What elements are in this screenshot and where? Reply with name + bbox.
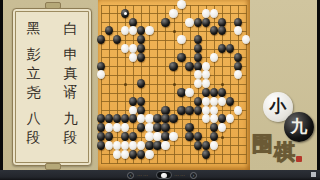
star-point: [221, 83, 224, 86]
stone-white[interactable]: [194, 70, 202, 79]
stone-black[interactable]: [194, 132, 202, 141]
toolbar-label-right: ⋯⋯: [174, 173, 186, 178]
stone-black[interactable]: [137, 44, 145, 53]
stone-black[interactable]: [137, 79, 145, 88]
stone-black[interactable]: [234, 62, 242, 71]
scroll-roller-bottom: [45, 163, 61, 170]
stone-white[interactable]: [121, 123, 129, 132]
stone-white[interactable]: [177, 0, 185, 9]
stone-black[interactable]: [161, 18, 169, 27]
star-point: [221, 136, 224, 139]
right-panel: 小 九 围 棋: [250, 0, 317, 170]
stone-white[interactable]: [202, 79, 210, 88]
stone-white[interactable]: [169, 9, 177, 18]
grid-line-vertical: [230, 5, 231, 164]
stone-white[interactable]: [210, 53, 218, 62]
black-player-rank: 八段: [26, 109, 41, 147]
toolbar-label-left: ⋯⋯: [137, 173, 149, 178]
stone-black[interactable]: [185, 62, 193, 71]
stone-black[interactable]: [194, 97, 202, 106]
stone-black[interactable]: [129, 18, 137, 27]
logo-weiqi-char-qi: 棋: [274, 138, 295, 166]
stone-black[interactable]: [234, 18, 242, 27]
stone-white[interactable]: [210, 141, 218, 150]
next-move-button[interactable]: ›: [190, 172, 197, 179]
stone-black[interactable]: [97, 35, 105, 44]
stone-white[interactable]: [202, 70, 210, 79]
stone-white[interactable]: [210, 114, 218, 123]
stone-black[interactable]: [218, 114, 226, 123]
stone-white[interactable]: [202, 106, 210, 115]
stone-black[interactable]: [218, 44, 226, 53]
stone-white[interactable]: [210, 97, 218, 106]
star-point: [124, 83, 127, 86]
stone-black[interactable]: [97, 141, 105, 150]
grid-line-vertical: [246, 5, 247, 164]
stone-black[interactable]: [202, 150, 210, 159]
stone-white[interactable]: [210, 9, 218, 18]
stone-white[interactable]: [185, 18, 193, 27]
stone-white[interactable]: [234, 106, 242, 115]
stone-white[interactable]: [210, 106, 218, 115]
stone-white[interactable]: [97, 70, 105, 79]
stone-black[interactable]: [185, 123, 193, 132]
toolbar-toggle[interactable]: [156, 171, 172, 179]
bottom-toolbar: ‹ ⋯⋯ ⋯⋯ ›: [0, 170, 320, 180]
stone-black[interactable]: [105, 132, 113, 141]
stone-white[interactable]: [226, 114, 234, 123]
stone-black[interactable]: [113, 35, 121, 44]
stone-black[interactable]: [202, 141, 210, 150]
stone-white[interactable]: [169, 132, 177, 141]
stone-black[interactable]: [218, 18, 226, 27]
stone-black[interactable]: [137, 53, 145, 62]
star-point: [173, 30, 176, 33]
stone-white[interactable]: [185, 88, 193, 97]
logo-red-seal: [296, 156, 302, 162]
prev-move-button[interactable]: ‹: [127, 172, 134, 179]
last-move-marker-icon: [124, 12, 127, 15]
stone-white[interactable]: [202, 97, 210, 106]
stone-black[interactable]: [194, 53, 202, 62]
stone-white[interactable]: [194, 79, 202, 88]
go-board[interactable]: [98, 0, 250, 170]
stone-black[interactable]: [194, 18, 202, 27]
stone-white[interactable]: [145, 150, 153, 159]
stone-white[interactable]: [202, 62, 210, 71]
stone-black[interactable]: [105, 114, 113, 123]
stone-black[interactable]: [234, 53, 242, 62]
stone-black[interactable]: [210, 132, 218, 141]
white-player-name: 申真谞: [63, 45, 78, 102]
stone-black[interactable]: [177, 53, 185, 62]
stone-black[interactable]: [226, 97, 234, 106]
stone-black[interactable]: [97, 132, 105, 141]
stone-black[interactable]: [169, 62, 177, 71]
stone-black[interactable]: [161, 123, 169, 132]
black-player-column: 黑 彭立尧 八段: [26, 19, 42, 147]
toggle-knob-icon: [161, 173, 167, 179]
stone-white[interactable]: [234, 70, 242, 79]
stone-white[interactable]: [145, 26, 153, 35]
stone-black[interactable]: [194, 141, 202, 150]
white-color-label: 白: [63, 19, 78, 38]
stone-black[interactable]: [105, 26, 113, 35]
stone-black[interactable]: [185, 132, 193, 141]
stone-black[interactable]: [194, 44, 202, 53]
stone-black[interactable]: [194, 106, 202, 115]
white-player-rank: 九段: [63, 109, 78, 147]
white-player-column: 白 申真谞 九段: [63, 19, 79, 147]
stone-black[interactable]: [202, 18, 210, 27]
resize-handle[interactable]: [311, 172, 316, 177]
grid-line-horizontal: [101, 163, 247, 164]
stone-white[interactable]: [242, 35, 250, 44]
star-point: [173, 83, 176, 86]
stone-black[interactable]: [161, 106, 169, 115]
stone-black[interactable]: [97, 114, 105, 123]
player-names-scroll: 白 申真谞 九段 黑 彭立尧 八段: [12, 8, 92, 166]
players-panel: 白 申真谞 九段 黑 彭立尧 八段: [3, 0, 98, 170]
stone-black[interactable]: [210, 88, 218, 97]
logo-white-stone-char: 小: [270, 97, 287, 116]
stone-black[interactable]: [194, 35, 202, 44]
stone-black-marked[interactable]: [121, 9, 129, 18]
stone-black[interactable]: [202, 88, 210, 97]
stone-black[interactable]: [218, 88, 226, 97]
stone-black[interactable]: [185, 106, 193, 115]
black-player-name: 彭立尧: [26, 45, 41, 102]
grid-line-vertical: [182, 5, 183, 164]
stone-white[interactable]: [105, 141, 113, 150]
stone-black[interactable]: [210, 26, 218, 35]
scroll-roller-top: [45, 2, 61, 9]
stone-white[interactable]: [202, 114, 210, 123]
stone-black[interactable]: [194, 62, 202, 71]
stone-black[interactable]: [129, 132, 137, 141]
stone-black[interactable]: [218, 26, 226, 35]
stone-black[interactable]: [97, 123, 105, 132]
stone-black[interactable]: [226, 44, 234, 53]
stone-black[interactable]: [169, 114, 177, 123]
stone-white[interactable]: [218, 97, 226, 106]
black-color-label: 黑: [26, 19, 41, 38]
stone-white[interactable]: [177, 35, 185, 44]
stone-black[interactable]: [137, 35, 145, 44]
stone-white[interactable]: [161, 141, 169, 150]
stone-black[interactable]: [137, 106, 145, 115]
grid-line-horizontal: [101, 110, 247, 111]
stone-white[interactable]: [234, 26, 242, 35]
logo-weiqi-char-wei: 围: [252, 130, 273, 158]
stone-black[interactable]: [97, 62, 105, 71]
stone-white[interactable]: [218, 123, 226, 132]
logo-black-stone-char: 九: [291, 117, 308, 136]
stone-black[interactable]: [137, 97, 145, 106]
stone-white[interactable]: [105, 123, 113, 132]
stone-black[interactable]: [210, 123, 218, 132]
stone-white[interactable]: [202, 9, 210, 18]
